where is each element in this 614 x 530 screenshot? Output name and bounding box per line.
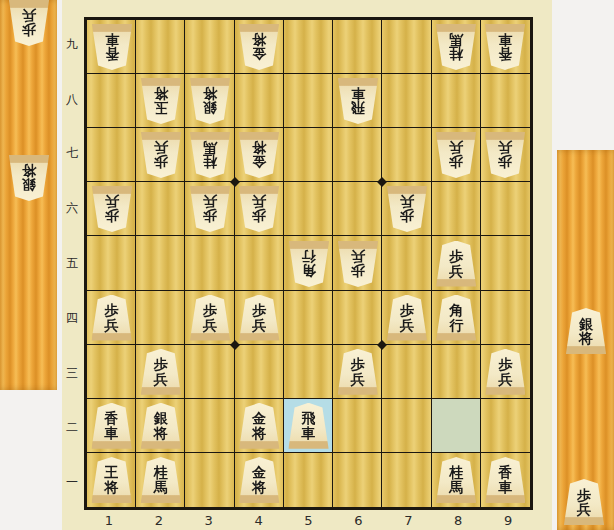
piece-kanji: 兵: [498, 372, 512, 387]
piece-kanji: 歩: [252, 303, 266, 318]
piece-kanji: 行: [449, 318, 463, 333]
piece-kanji: 兵: [154, 141, 168, 156]
piece-kanji: 桂: [203, 155, 217, 170]
piece-kanji: 角: [302, 264, 316, 279]
piece-kanji: 将: [203, 87, 217, 102]
piece-kanji: 車: [498, 480, 512, 495]
file-label: 1: [84, 510, 134, 530]
piece-kanji: 馬: [154, 480, 168, 495]
piece-bishop[interactable]: 角行: [436, 295, 477, 341]
piece-kanji: 桂: [449, 47, 463, 62]
piece-kanji: 銀: [579, 317, 593, 332]
piece-pawn[interactable]: 歩兵: [485, 349, 526, 395]
piece-kanji: 兵: [105, 195, 119, 210]
gote-piece-stand: 歩兵銀将: [0, 0, 57, 390]
piece-gold[interactable]: 金将: [239, 457, 280, 503]
piece-lance[interactable]: 香車: [485, 24, 526, 70]
rank-label: 八: [60, 72, 84, 127]
file-label: 9: [483, 510, 533, 530]
piece-kanji: 歩: [351, 264, 365, 279]
piece-kanji: 将: [252, 141, 266, 156]
piece-kanji: 歩: [400, 303, 414, 318]
piece-pawn[interactable]: 歩兵: [386, 295, 427, 341]
piece-kanji: 兵: [449, 141, 463, 156]
rank-label: 九: [60, 17, 84, 72]
piece-kanji: 兵: [203, 318, 217, 333]
file-label: 3: [184, 510, 234, 530]
piece-kanji: 金: [252, 465, 266, 480]
file-label: 6: [333, 510, 383, 530]
piece-lance[interactable]: 香車: [91, 24, 132, 70]
piece-kanji: 将: [252, 426, 266, 441]
piece-kanji: 王: [105, 465, 119, 480]
piece-kanji: 馬: [203, 141, 217, 156]
piece-kanji: 車: [498, 33, 512, 48]
piece-kanji: 兵: [252, 195, 266, 210]
piece-kanji: 兵: [203, 195, 217, 210]
piece-kanji: 香: [498, 47, 512, 62]
rank-label: 二: [60, 400, 84, 455]
piece-king[interactable]: 王将: [91, 457, 132, 503]
piece-kanji: 歩: [105, 209, 119, 224]
piece-kanji: 馬: [449, 33, 463, 48]
piece-kanji: 銀: [154, 411, 168, 426]
piece-silver[interactable]: 銀将: [140, 403, 181, 449]
rank-labels: 九八七六五四三二一: [60, 17, 84, 510]
piece-pawn[interactable]: 歩兵: [386, 186, 427, 232]
piece-kanji: 歩: [203, 303, 217, 318]
piece-kanji: 将: [252, 480, 266, 495]
piece-kanji: 歩: [498, 357, 512, 372]
file-label: 2: [134, 510, 184, 530]
piece-kanji: 香: [498, 465, 512, 480]
piece-lance[interactable]: 香車: [91, 403, 132, 449]
piece-kanji: 歩: [252, 209, 266, 224]
hand-piece-pawn[interactable]: 歩兵: [9, 0, 50, 46]
piece-kanji: 玉: [154, 101, 168, 116]
piece-knight[interactable]: 桂馬: [140, 457, 181, 503]
piece-kanji: 歩: [449, 155, 463, 170]
piece-pawn[interactable]: 歩兵: [91, 295, 132, 341]
piece-gold[interactable]: 金将: [239, 132, 280, 178]
piece-pawn[interactable]: 歩兵: [190, 186, 231, 232]
piece-kanji: 歩: [154, 155, 168, 170]
piece-kanji: 将: [154, 426, 168, 441]
piece-kanji: 兵: [498, 141, 512, 156]
piece-kanji: 香: [105, 47, 119, 62]
file-label: 7: [383, 510, 433, 530]
piece-kanji: 銀: [203, 101, 217, 116]
piece-pawn[interactable]: 歩兵: [485, 132, 526, 178]
piece-pawn[interactable]: 歩兵: [337, 241, 378, 287]
piece-king[interactable]: 玉将: [140, 78, 181, 124]
hand-piece-pawn[interactable]: 歩兵: [564, 479, 605, 525]
piece-kanji: 歩: [498, 155, 512, 170]
piece-pawn[interactable]: 歩兵: [140, 349, 181, 395]
hand-piece-silver[interactable]: 銀将: [566, 308, 607, 354]
rank-label: 七: [60, 127, 84, 182]
piece-kanji: 車: [302, 426, 316, 441]
piece-silver[interactable]: 銀将: [190, 78, 231, 124]
piece-kanji: 歩: [351, 357, 365, 372]
hand-piece-silver[interactable]: 銀将: [9, 155, 50, 201]
piece-kanji: 兵: [400, 318, 414, 333]
piece-kanji: 将: [105, 480, 119, 495]
piece-kanji: 兵: [154, 372, 168, 387]
piece-gold[interactable]: 金将: [239, 403, 280, 449]
piece-kanji: 歩: [203, 209, 217, 224]
piece-pawn[interactable]: 歩兵: [140, 132, 181, 178]
piece-kanji: 兵: [449, 264, 463, 279]
piece-kanji: 銀: [22, 178, 36, 193]
piece-kanji: 行: [302, 249, 316, 264]
piece-kanji: 兵: [105, 318, 119, 333]
file-label: 4: [234, 510, 284, 530]
piece-kanji: 金: [252, 411, 266, 426]
rank-label: 四: [60, 291, 84, 346]
piece-kanji: 金: [252, 155, 266, 170]
piece-bishop[interactable]: 角行: [288, 241, 329, 287]
shogi-app: 歩兵銀将 銀将歩兵 九八七六五四三二一 123456789 香車金将桂馬香車玉将…: [0, 0, 614, 530]
piece-kanji: 将: [579, 331, 593, 346]
rank-label: 五: [60, 236, 84, 291]
rank-label: 三: [60, 346, 84, 401]
file-labels: 123456789: [84, 510, 533, 530]
piece-kanji: 桂: [449, 465, 463, 480]
piece-kanji: 飛: [302, 411, 316, 426]
piece-kanji: 兵: [577, 502, 591, 517]
piece-knight[interactable]: 桂馬: [190, 132, 231, 178]
piece-kanji: 金: [252, 47, 266, 62]
file-label: 5: [284, 510, 334, 530]
piece-kanji: 歩: [105, 303, 119, 318]
sente-piece-stand: 銀将歩兵: [557, 150, 614, 530]
file-label: 8: [433, 510, 483, 530]
piece-kanji: 将: [252, 33, 266, 48]
piece-knight[interactable]: 桂馬: [436, 457, 477, 503]
piece-kanji: 車: [105, 426, 119, 441]
piece-kanji: 桂: [154, 465, 168, 480]
rank-label: 一: [60, 455, 84, 510]
piece-layer: 香車金将桂馬香車玉将銀将飛車歩兵桂馬金将歩兵歩兵歩兵歩兵歩兵歩兵角行歩兵歩兵歩兵…: [87, 20, 530, 507]
piece-kanji: 車: [351, 87, 365, 102]
piece-kanji: 香: [105, 411, 119, 426]
piece-lance[interactable]: 香車: [485, 457, 526, 503]
piece-gold[interactable]: 金将: [239, 24, 280, 70]
piece-kanji: 飛: [351, 101, 365, 116]
piece-rook[interactable]: 飛車: [337, 78, 378, 124]
piece-kanji: 歩: [154, 357, 168, 372]
piece-knight[interactable]: 桂馬: [436, 24, 477, 70]
piece-kanji: 歩: [577, 488, 591, 503]
shogi-board: 香車金将桂馬香車玉将銀将飛車歩兵桂馬金将歩兵歩兵歩兵歩兵歩兵歩兵角行歩兵歩兵歩兵…: [84, 17, 533, 510]
piece-kanji: 兵: [400, 195, 414, 210]
piece-pawn[interactable]: 歩兵: [436, 241, 477, 287]
piece-kanji: 歩: [400, 209, 414, 224]
piece-pawn[interactable]: 歩兵: [239, 186, 280, 232]
piece-kanji: 兵: [351, 249, 365, 264]
piece-rook[interactable]: 飛車: [288, 403, 329, 449]
piece-kanji: 車: [105, 33, 119, 48]
piece-kanji: 歩: [22, 23, 36, 38]
piece-kanji: 馬: [449, 480, 463, 495]
piece-kanji: 将: [22, 164, 36, 179]
piece-kanji: 兵: [351, 372, 365, 387]
piece-kanji: 将: [154, 87, 168, 102]
piece-kanji: 兵: [22, 9, 36, 24]
piece-pawn[interactable]: 歩兵: [190, 295, 231, 341]
piece-pawn[interactable]: 歩兵: [91, 186, 132, 232]
piece-pawn[interactable]: 歩兵: [239, 295, 280, 341]
rank-label: 六: [60, 181, 84, 236]
piece-pawn[interactable]: 歩兵: [436, 132, 477, 178]
piece-pawn[interactable]: 歩兵: [337, 349, 378, 395]
piece-kanji: 歩: [449, 249, 463, 264]
piece-kanji: 兵: [252, 318, 266, 333]
piece-kanji: 角: [449, 303, 463, 318]
